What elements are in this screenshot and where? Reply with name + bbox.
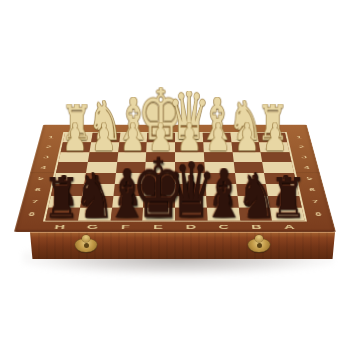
square-f5: [114, 173, 145, 184]
square-e7: ♟: [143, 196, 175, 208]
square-f1: ♝: [119, 133, 148, 142]
square-e5: [145, 173, 175, 184]
square-e3: [146, 152, 175, 162]
rank-labels-right-rail-label: 8: [306, 208, 331, 221]
square-d7: ♟: [175, 196, 207, 208]
piece-contact-shadow: [270, 201, 300, 207]
piece-contact-shadow: [90, 147, 117, 152]
square-f6: [113, 184, 145, 196]
square-a4: [262, 162, 294, 173]
square-d8: ♛: [175, 208, 207, 221]
square-e1: ♚: [147, 133, 175, 142]
square-c3: [204, 152, 234, 162]
square-g1: ♞: [91, 133, 120, 142]
square-b7: ♟: [237, 196, 270, 208]
piece-contact-shadow: [113, 201, 142, 207]
square-f3: [117, 152, 147, 162]
square-c7: ♟: [206, 196, 238, 208]
square-h2: ♟: [61, 142, 91, 152]
rank-labels-right-rail-label: 1: [289, 133, 310, 142]
square-b8: ♞: [238, 208, 272, 221]
square-a8: ♜: [270, 208, 305, 221]
square-b3: [232, 152, 262, 162]
piece-contact-shadow: [176, 137, 202, 142]
square-g3: [88, 152, 118, 162]
square-c2: ♟: [203, 142, 232, 152]
rank-labels-right-rail-label: 4: [296, 162, 318, 173]
square-a5: [264, 173, 296, 184]
rank-labels-right-rail-label: 5: [298, 173, 321, 184]
square-h5: [54, 173, 86, 184]
rank-labels-right-rail-label: 6: [301, 184, 325, 196]
square-a2: ♟: [259, 142, 289, 152]
piece-contact-shadow: [148, 137, 174, 142]
square-c4: [204, 162, 234, 173]
square-e8: ♚: [143, 208, 175, 221]
square-g7: ♟: [80, 196, 113, 208]
square-h8: ♜: [45, 208, 80, 221]
piece-contact-shadow: [92, 137, 118, 142]
piece-contact-shadow: [62, 147, 89, 152]
square-h3: [58, 152, 89, 162]
piece-contact-shadow: [120, 137, 146, 142]
piece-contact-shadow: [119, 147, 146, 152]
square-g6: [82, 184, 114, 196]
piece-contact-shadow: [232, 137, 258, 142]
piece-contact-shadow: [204, 147, 231, 152]
rank-labels-left-rail-label: 1: [40, 133, 61, 142]
piece-contact-shadow: [239, 201, 269, 207]
square-c6: [205, 184, 237, 196]
square-b5: [235, 173, 267, 184]
piece-contact-shadow: [64, 137, 91, 142]
square-f7: ♟: [112, 196, 144, 208]
square-d4: [175, 162, 205, 173]
rank-labels-left-rail-label: 8: [19, 208, 44, 221]
square-b6: [236, 184, 268, 196]
square-b4: [233, 162, 264, 173]
piece-contact-shadow: [259, 137, 286, 142]
piece-contact-shadow: [50, 201, 80, 207]
square-a7: ♟: [268, 196, 302, 208]
rank-labels-left-rail-label: 7: [23, 196, 47, 208]
square-e2: ♟: [146, 142, 175, 152]
piece-contact-shadow: [176, 201, 205, 207]
piece-contact-shadow: [204, 137, 230, 142]
square-d6: [175, 184, 206, 196]
square-d5: [175, 173, 205, 184]
file-labels-near-rail: HGFEDCBA: [43, 222, 307, 231]
rank-labels-left-rail-label: 5: [29, 173, 52, 184]
square-g5: [84, 173, 116, 184]
chess-set-product-photo: ♜♞♝♚♛♝♞♜♟♟♟♟♟♟♟♟♟♟♟♟♟♟♟♟♜♞♝♚♛♝♞♜ HGFEDCB…: [0, 0, 350, 350]
piece-contact-shadow: [148, 147, 174, 152]
piece-contact-shadow: [233, 147, 260, 152]
square-g8: ♞: [78, 208, 112, 221]
piece-contact-shadow: [208, 201, 237, 207]
piece-contact-shadow: [145, 201, 174, 207]
square-g2: ♟: [89, 142, 119, 152]
square-d1: ♛: [175, 133, 203, 142]
square-h7: ♟: [48, 196, 82, 208]
square-c5: [205, 173, 236, 184]
chess-board: ♜♞♝♚♛♝♞♜♟♟♟♟♟♟♟♟♟♟♟♟♟♟♟♟♜♞♝♚♛♝♞♜ HGFEDCB…: [14, 125, 336, 232]
square-b1: ♞: [230, 133, 259, 142]
rank-labels-left-rail-label: 3: [35, 152, 57, 162]
piece-contact-shadow: [81, 201, 111, 207]
square-a6: [266, 184, 299, 196]
rank-labels-left-rail-label: 4: [32, 162, 54, 173]
rank-labels-left-rail-label: 6: [26, 184, 50, 196]
piece-contact-shadow: [261, 147, 288, 152]
square-h6: [51, 184, 84, 196]
board-playing-field: ♜♞♝♚♛♝♞♜♟♟♟♟♟♟♟♟♟♟♟♟♟♟♟♟♜♞♝♚♛♝♞♜: [43, 132, 307, 221]
rank-labels-left-rail-label: 2: [38, 142, 59, 152]
piece-contact-shadow: [176, 147, 202, 152]
square-a1: ♜: [257, 133, 287, 142]
square-c1: ♝: [202, 133, 231, 142]
square-h1: ♜: [63, 133, 93, 142]
square-b2: ♟: [231, 142, 261, 152]
square-d2: ♟: [175, 142, 204, 152]
square-f2: ♟: [118, 142, 147, 152]
rank-labels-right-rail-label: 7: [303, 196, 327, 208]
square-c8: ♝: [207, 208, 240, 221]
square-e6: [144, 184, 175, 196]
square-e4: [145, 162, 175, 173]
square-d3: [175, 152, 204, 162]
square-a3: [261, 152, 292, 162]
square-f8: ♝: [110, 208, 143, 221]
rank-labels-right-rail-label: 3: [293, 152, 315, 162]
rank-labels-right-rail-label: 2: [291, 142, 312, 152]
square-g4: [86, 162, 117, 173]
square-h4: [56, 162, 88, 173]
square-f4: [116, 162, 146, 173]
